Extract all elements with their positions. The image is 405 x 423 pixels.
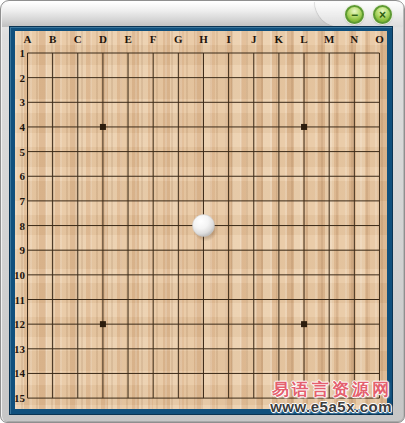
stone-white-H8: [192, 215, 214, 237]
column-label-I: I: [226, 33, 230, 45]
column-label-A: A: [24, 33, 32, 45]
row-label-7: 7: [20, 195, 26, 207]
column-label-E: E: [124, 33, 131, 45]
row-label-12: 12: [15, 318, 26, 330]
column-label-H: H: [199, 33, 208, 45]
gomoku-board[interactable]: ABCDEFGHIJKLMNO123456789101112131415: [15, 31, 387, 409]
row-label-13: 13: [15, 343, 26, 355]
close-button[interactable]: ×: [373, 5, 392, 24]
row-label-10: 10: [15, 269, 26, 281]
row-label-8: 8: [20, 220, 26, 232]
column-label-B: B: [49, 33, 57, 45]
row-label-15: 15: [15, 392, 26, 404]
row-label-3: 3: [20, 96, 26, 108]
column-label-K: K: [275, 33, 284, 45]
column-label-F: F: [150, 33, 157, 45]
star-point-D12: [100, 321, 106, 327]
column-label-J: J: [251, 33, 257, 45]
column-label-N: N: [350, 33, 358, 45]
star-point-L4: [301, 124, 307, 130]
row-label-11: 11: [15, 294, 25, 306]
column-label-C: C: [74, 33, 82, 45]
column-label-D: D: [99, 33, 107, 45]
row-label-1: 1: [20, 47, 26, 59]
star-point-D4: [100, 124, 106, 130]
screenshot: − ×: [0, 0, 405, 423]
star-point-L12: [301, 321, 307, 327]
board-grid: ABCDEFGHIJKLMNO123456789101112131415: [15, 31, 387, 409]
column-label-O: O: [375, 33, 384, 45]
row-label-4: 4: [20, 121, 26, 133]
column-label-G: G: [174, 33, 183, 45]
column-label-L: L: [300, 33, 307, 45]
title-bar[interactable]: − ×: [2, 2, 403, 27]
row-label-9: 9: [20, 244, 26, 256]
row-label-5: 5: [20, 146, 26, 158]
app-window: − ×: [0, 0, 405, 423]
row-label-14: 14: [15, 367, 26, 379]
row-label-6: 6: [20, 170, 26, 182]
minimize-button[interactable]: −: [345, 5, 364, 24]
row-label-2: 2: [20, 72, 26, 84]
board-frame: ABCDEFGHIJKLMNO123456789101112131415: [9, 26, 393, 415]
column-label-M: M: [324, 33, 335, 45]
